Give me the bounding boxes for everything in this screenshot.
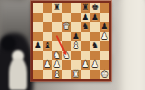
square-c5	[52, 32, 62, 42]
square-f1	[81, 70, 91, 80]
square-h1: ♚	[100, 70, 110, 80]
piece-white-k-h1: ♚	[100, 70, 110, 80]
square-e7	[71, 13, 81, 23]
square-f6: ♞	[81, 22, 91, 32]
square-g7: ♟	[90, 13, 100, 23]
square-d3: ♞	[62, 51, 72, 61]
thumbnail-stage: ♜♜♚♟♟♛♞♟♟♟♟♝♝♞♞♞♟♟♟♟♝♜♚	[0, 0, 145, 90]
square-c8: ♜	[52, 3, 62, 13]
square-h4	[100, 41, 110, 51]
square-a7	[33, 13, 43, 23]
piece-white-p-b2: ♟	[43, 60, 53, 70]
square-a4: ♟	[33, 41, 43, 51]
piece-white-n-d3: ♞	[62, 51, 72, 61]
chess-board: ♜♜♚♟♟♛♞♟♟♟♟♝♝♞♞♞♟♟♟♟♝♜♚	[33, 3, 109, 79]
square-a6	[33, 22, 43, 32]
photo-black-pawn-head	[1, 36, 16, 51]
square-a3	[33, 51, 43, 61]
square-h3	[100, 51, 110, 61]
square-f2: ♟	[81, 60, 91, 70]
square-a2	[33, 60, 43, 70]
square-c7	[52, 13, 62, 23]
piece-black-p-g7: ♟	[90, 13, 100, 23]
square-g2: ♟	[90, 60, 100, 70]
square-a8	[33, 3, 43, 13]
square-c6	[52, 22, 62, 32]
photo-white-pawn-body	[9, 58, 27, 90]
piece-white-p-g2: ♟	[90, 60, 100, 70]
piece-black-r-c8: ♜	[52, 3, 62, 13]
square-h5: ♟	[100, 32, 110, 42]
square-a1	[33, 70, 43, 80]
piece-black-p-a4: ♟	[33, 41, 43, 51]
square-b7	[43, 13, 53, 23]
square-d1	[62, 70, 72, 80]
square-b6	[43, 22, 53, 32]
piece-black-n-f6: ♞	[81, 22, 91, 32]
square-b8	[43, 3, 53, 13]
square-d5	[62, 32, 72, 42]
piece-white-p-f2: ♟	[81, 60, 91, 70]
square-f5	[81, 32, 91, 42]
square-g4: ♞	[90, 41, 100, 51]
square-e3	[71, 51, 81, 61]
piece-black-n-g4: ♞	[90, 41, 100, 51]
square-b4: ♝	[43, 41, 53, 51]
piece-black-b-b4: ♝	[43, 41, 53, 51]
square-g6	[90, 22, 100, 32]
square-c1: ♝	[52, 70, 62, 80]
square-e8	[71, 3, 81, 13]
square-e4: ♝	[71, 41, 81, 51]
square-d6: ♛	[62, 22, 72, 32]
square-h8	[100, 3, 110, 13]
square-e1: ♜	[71, 70, 81, 80]
square-d8	[62, 3, 72, 13]
piece-white-b-c1: ♝	[52, 70, 62, 80]
piece-white-q-d6: ♛	[62, 22, 72, 32]
piece-white-p-h5: ♟	[100, 32, 110, 42]
chess-board-frame: ♜♜♚♟♟♛♞♟♟♟♟♝♝♞♞♞♟♟♟♟♝♜♚	[31, 1, 111, 81]
square-b1	[43, 70, 53, 80]
photo-white-piece-right	[111, 0, 145, 90]
square-f4	[81, 41, 91, 51]
square-b2: ♟	[43, 60, 53, 70]
piece-white-b-e4: ♝	[71, 41, 81, 51]
square-g1	[90, 70, 100, 80]
square-d2	[62, 60, 72, 70]
piece-white-r-e1: ♜	[71, 70, 81, 80]
